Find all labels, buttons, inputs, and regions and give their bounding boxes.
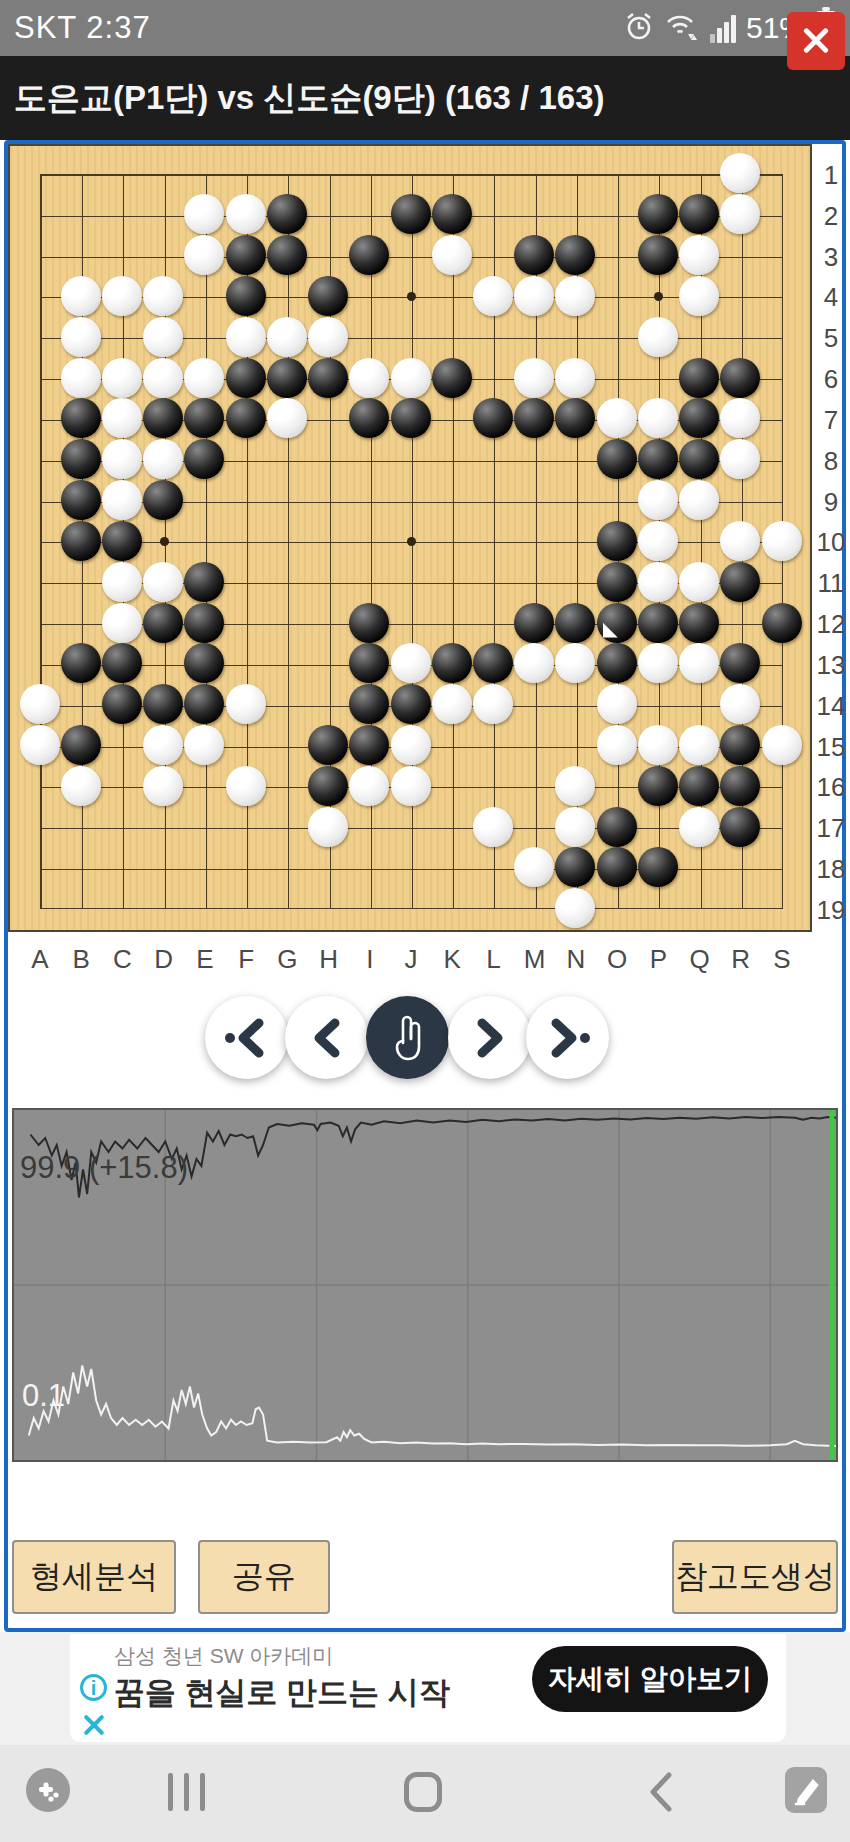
- board-cell-H8[interactable]: [308, 439, 349, 480]
- board-cell-N15[interactable]: [555, 725, 596, 766]
- board-cell-L16[interactable]: [472, 765, 513, 806]
- board-cell-P2[interactable]: [637, 194, 678, 235]
- board-cell-H16[interactable]: [308, 765, 349, 806]
- board-cell-A15[interactable]: [19, 725, 60, 766]
- board-cell-R5[interactable]: [720, 316, 761, 357]
- board-cell-H12[interactable]: [308, 602, 349, 643]
- board-cell-H5[interactable]: [308, 316, 349, 357]
- board-cell-B7[interactable]: [60, 398, 101, 439]
- board-cell-H13[interactable]: [308, 643, 349, 684]
- board-cell-L11[interactable]: [472, 561, 513, 602]
- board-cell-F2[interactable]: [225, 194, 266, 235]
- board-cell-C2[interactable]: [101, 194, 142, 235]
- board-cell-B1[interactable]: [60, 153, 101, 194]
- board-cell-I7[interactable]: [349, 398, 390, 439]
- board-cell-N10[interactable]: [555, 520, 596, 561]
- board-cell-F10[interactable]: [225, 520, 266, 561]
- board-cell-J17[interactable]: [390, 806, 431, 847]
- board-cell-S1[interactable]: [761, 153, 802, 194]
- board-cell-P10[interactable]: [637, 520, 678, 561]
- board-cell-R4[interactable]: [720, 275, 761, 316]
- board-cell-C9[interactable]: [101, 480, 142, 521]
- board-cell-P14[interactable]: [637, 684, 678, 725]
- board-cell-K19[interactable]: [431, 888, 472, 929]
- board-cell-R17[interactable]: [720, 806, 761, 847]
- board-cell-D11[interactable]: [143, 561, 184, 602]
- board-cell-C11[interactable]: [101, 561, 142, 602]
- board-cell-R7[interactable]: [720, 398, 761, 439]
- board-cell-Q3[interactable]: [679, 235, 720, 276]
- board-cell-E13[interactable]: [184, 643, 225, 684]
- board-cell-A18[interactable]: [19, 847, 60, 888]
- board-cell-L19[interactable]: [472, 888, 513, 929]
- board-cell-N17[interactable]: [555, 806, 596, 847]
- board-cell-E17[interactable]: [184, 806, 225, 847]
- board-cell-Q15[interactable]: [679, 725, 720, 766]
- board-cell-G6[interactable]: [266, 357, 307, 398]
- board-cell-B19[interactable]: [60, 888, 101, 929]
- board-cell-C16[interactable]: [101, 765, 142, 806]
- board-cell-C13[interactable]: [101, 643, 142, 684]
- board-cell-S13[interactable]: [761, 643, 802, 684]
- board-cell-B11[interactable]: [60, 561, 101, 602]
- board-cell-Q14[interactable]: [679, 684, 720, 725]
- board-cell-H10[interactable]: [308, 520, 349, 561]
- board-cell-N6[interactable]: [555, 357, 596, 398]
- board-cell-G18[interactable]: [266, 847, 307, 888]
- board-cell-S3[interactable]: [761, 235, 802, 276]
- board-cell-K8[interactable]: [431, 439, 472, 480]
- board-cell-E9[interactable]: [184, 480, 225, 521]
- board-cell-O11[interactable]: [596, 561, 637, 602]
- recents-icon[interactable]: [168, 1773, 205, 1811]
- board-cell-E8[interactable]: [184, 439, 225, 480]
- board-cell-F3[interactable]: [225, 235, 266, 276]
- board-cell-Q12[interactable]: [679, 602, 720, 643]
- board-cell-K18[interactable]: [431, 847, 472, 888]
- board-cell-F5[interactable]: [225, 316, 266, 357]
- board-cell-I3[interactable]: [349, 235, 390, 276]
- board-cell-S10[interactable]: [761, 520, 802, 561]
- board-cell-C19[interactable]: [101, 888, 142, 929]
- board-cell-P8[interactable]: [637, 439, 678, 480]
- board-cell-C14[interactable]: [101, 684, 142, 725]
- board-cell-A3[interactable]: [19, 235, 60, 276]
- board-cell-E14[interactable]: [184, 684, 225, 725]
- board-cell-G12[interactable]: [266, 602, 307, 643]
- board-cell-K3[interactable]: [431, 235, 472, 276]
- board-cell-G2[interactable]: [266, 194, 307, 235]
- board-cell-G13[interactable]: [266, 643, 307, 684]
- board-cell-E16[interactable]: [184, 765, 225, 806]
- board-cell-I1[interactable]: [349, 153, 390, 194]
- board-cell-M11[interactable]: [514, 561, 555, 602]
- board-cell-J1[interactable]: [390, 153, 431, 194]
- board-cell-S4[interactable]: [761, 275, 802, 316]
- prev-move-button[interactable]: [285, 996, 368, 1079]
- board-cell-P17[interactable]: [637, 806, 678, 847]
- board-cell-F18[interactable]: [225, 847, 266, 888]
- board-cell-L17[interactable]: [472, 806, 513, 847]
- board-cell-C10[interactable]: [101, 520, 142, 561]
- board-cell-P15[interactable]: [637, 725, 678, 766]
- board-cell-E7[interactable]: [184, 398, 225, 439]
- board-cell-O14[interactable]: [596, 684, 637, 725]
- board-cell-S14[interactable]: [761, 684, 802, 725]
- board-cell-A13[interactable]: [19, 643, 60, 684]
- board-cell-J3[interactable]: [390, 235, 431, 276]
- board-cell-F8[interactable]: [225, 439, 266, 480]
- board-cell-F15[interactable]: [225, 725, 266, 766]
- board-cell-G17[interactable]: [266, 806, 307, 847]
- board-cell-I19[interactable]: [349, 888, 390, 929]
- board-cell-F7[interactable]: [225, 398, 266, 439]
- board-cell-B5[interactable]: [60, 316, 101, 357]
- board-cell-F4[interactable]: [225, 275, 266, 316]
- board-cell-F14[interactable]: [225, 684, 266, 725]
- board-cell-G16[interactable]: [266, 765, 307, 806]
- board-cell-S16[interactable]: [761, 765, 802, 806]
- board-cell-O6[interactable]: [596, 357, 637, 398]
- board-cell-C8[interactable]: [101, 439, 142, 480]
- board-cell-P6[interactable]: [637, 357, 678, 398]
- board-cell-R6[interactable]: [720, 357, 761, 398]
- board-cell-R9[interactable]: [720, 480, 761, 521]
- board-cell-B3[interactable]: [60, 235, 101, 276]
- board-cell-C3[interactable]: [101, 235, 142, 276]
- board-cell-C17[interactable]: [101, 806, 142, 847]
- board-cell-S17[interactable]: [761, 806, 802, 847]
- board-cell-G5[interactable]: [266, 316, 307, 357]
- board-cell-I6[interactable]: [349, 357, 390, 398]
- board-cell-M18[interactable]: [514, 847, 555, 888]
- board-cell-I8[interactable]: [349, 439, 390, 480]
- play-touch-button[interactable]: [366, 996, 449, 1079]
- board-cell-H7[interactable]: [308, 398, 349, 439]
- board-cell-E11[interactable]: [184, 561, 225, 602]
- board-cell-H2[interactable]: [308, 194, 349, 235]
- board-cell-B2[interactable]: [60, 194, 101, 235]
- board-cell-Q16[interactable]: [679, 765, 720, 806]
- board-cell-A19[interactable]: [19, 888, 60, 929]
- board-cell-Q5[interactable]: [679, 316, 720, 357]
- board-cell-M7[interactable]: [514, 398, 555, 439]
- board-cell-Q4[interactable]: [679, 275, 720, 316]
- board-cell-O4[interactable]: [596, 275, 637, 316]
- board-cell-D12[interactable]: [143, 602, 184, 643]
- board-cell-J2[interactable]: [390, 194, 431, 235]
- board-cell-G9[interactable]: [266, 480, 307, 521]
- board-cell-Q8[interactable]: [679, 439, 720, 480]
- board-cell-K4[interactable]: [431, 275, 472, 316]
- board-cell-J19[interactable]: [390, 888, 431, 929]
- board-cell-E18[interactable]: [184, 847, 225, 888]
- board-cell-B15[interactable]: [60, 725, 101, 766]
- board-cell-P13[interactable]: [637, 643, 678, 684]
- board-cell-K7[interactable]: [431, 398, 472, 439]
- board-cell-G15[interactable]: [266, 725, 307, 766]
- board-cell-N5[interactable]: [555, 316, 596, 357]
- board-cell-N4[interactable]: [555, 275, 596, 316]
- board-cell-O8[interactable]: [596, 439, 637, 480]
- board-cell-J10[interactable]: [390, 520, 431, 561]
- reference-diagram-button[interactable]: 참고도생성: [672, 1540, 838, 1614]
- board-cell-H4[interactable]: [308, 275, 349, 316]
- board-cell-F16[interactable]: [225, 765, 266, 806]
- board-cell-E6[interactable]: [184, 357, 225, 398]
- board-cell-D7[interactable]: [143, 398, 184, 439]
- board-cell-B16[interactable]: [60, 765, 101, 806]
- board-cell-J9[interactable]: [390, 480, 431, 521]
- board-cell-K13[interactable]: [431, 643, 472, 684]
- ad-close-icon[interactable]: [81, 1712, 107, 1738]
- board-cell-G19[interactable]: [266, 888, 307, 929]
- board-cell-G4[interactable]: [266, 275, 307, 316]
- board-cell-P16[interactable]: [637, 765, 678, 806]
- board-cell-S6[interactable]: [761, 357, 802, 398]
- ad-info-icon[interactable]: i: [80, 1674, 107, 1701]
- board-cell-L1[interactable]: [472, 153, 513, 194]
- board-cell-K17[interactable]: [431, 806, 472, 847]
- board-cell-E3[interactable]: [184, 235, 225, 276]
- board-cell-A11[interactable]: [19, 561, 60, 602]
- board-cell-C18[interactable]: [101, 847, 142, 888]
- board-cell-K10[interactable]: [431, 520, 472, 561]
- board-cell-F6[interactable]: [225, 357, 266, 398]
- board-cell-R13[interactable]: [720, 643, 761, 684]
- board-cell-M8[interactable]: [514, 439, 555, 480]
- winrate-graph[interactable]: 99.9 (+15.8) 0.1: [12, 1108, 838, 1462]
- board-cell-S11[interactable]: [761, 561, 802, 602]
- board-cell-O7[interactable]: [596, 398, 637, 439]
- board-cell-O17[interactable]: [596, 806, 637, 847]
- board-cell-K2[interactable]: [431, 194, 472, 235]
- board-cell-M16[interactable]: [514, 765, 555, 806]
- board-cell-E12[interactable]: [184, 602, 225, 643]
- board-cell-R14[interactable]: [720, 684, 761, 725]
- board-cell-B4[interactable]: [60, 275, 101, 316]
- board-cell-A1[interactable]: [19, 153, 60, 194]
- board-cell-S2[interactable]: [761, 194, 802, 235]
- board-cell-I18[interactable]: [349, 847, 390, 888]
- board-cell-M6[interactable]: [514, 357, 555, 398]
- board-cell-F19[interactable]: [225, 888, 266, 929]
- board-cell-A6[interactable]: [19, 357, 60, 398]
- board-cell-J6[interactable]: [390, 357, 431, 398]
- board-cell-K15[interactable]: [431, 725, 472, 766]
- board-cell-Q7[interactable]: [679, 398, 720, 439]
- board-cell-H15[interactable]: [308, 725, 349, 766]
- board-cell-O12[interactable]: [596, 602, 637, 643]
- board-cell-R19[interactable]: [720, 888, 761, 929]
- board-cell-D19[interactable]: [143, 888, 184, 929]
- board-cell-K16[interactable]: [431, 765, 472, 806]
- board-cell-I12[interactable]: [349, 602, 390, 643]
- board-cell-I10[interactable]: [349, 520, 390, 561]
- board-cell-R1[interactable]: [720, 153, 761, 194]
- board-cell-N19[interactable]: [555, 888, 596, 929]
- screen-write-icon[interactable]: [785, 1767, 827, 1813]
- board-cell-A7[interactable]: [19, 398, 60, 439]
- board-cell-B9[interactable]: [60, 480, 101, 521]
- board-cell-R11[interactable]: [720, 561, 761, 602]
- board-cell-D10[interactable]: [143, 520, 184, 561]
- board-cell-O19[interactable]: [596, 888, 637, 929]
- board-cell-O3[interactable]: [596, 235, 637, 276]
- board-cell-J15[interactable]: [390, 725, 431, 766]
- board-cell-Q2[interactable]: [679, 194, 720, 235]
- last-move-button[interactable]: [526, 996, 609, 1079]
- board-cell-N13[interactable]: [555, 643, 596, 684]
- board-cell-R18[interactable]: [720, 847, 761, 888]
- board-cell-D17[interactable]: [143, 806, 184, 847]
- board-cell-S18[interactable]: [761, 847, 802, 888]
- board-cell-L14[interactable]: [472, 684, 513, 725]
- board-cell-J11[interactable]: [390, 561, 431, 602]
- board-cell-C4[interactable]: [101, 275, 142, 316]
- board-cell-P9[interactable]: [637, 480, 678, 521]
- board-cell-L18[interactable]: [472, 847, 513, 888]
- board-cell-A2[interactable]: [19, 194, 60, 235]
- board-cell-L2[interactable]: [472, 194, 513, 235]
- board-cell-M15[interactable]: [514, 725, 555, 766]
- board-cell-N11[interactable]: [555, 561, 596, 602]
- board-cell-K11[interactable]: [431, 561, 472, 602]
- board-cell-K9[interactable]: [431, 480, 472, 521]
- board-cell-P12[interactable]: [637, 602, 678, 643]
- board-cell-K1[interactable]: [431, 153, 472, 194]
- board-cell-R16[interactable]: [720, 765, 761, 806]
- board-cell-B13[interactable]: [60, 643, 101, 684]
- board-cell-N7[interactable]: [555, 398, 596, 439]
- board-cell-D14[interactable]: [143, 684, 184, 725]
- board-cell-F11[interactable]: [225, 561, 266, 602]
- board-cell-Q1[interactable]: [679, 153, 720, 194]
- board-cell-H6[interactable]: [308, 357, 349, 398]
- board-cell-P7[interactable]: [637, 398, 678, 439]
- board-cell-A16[interactable]: [19, 765, 60, 806]
- board-cell-L7[interactable]: [472, 398, 513, 439]
- board-cell-S19[interactable]: [761, 888, 802, 929]
- board-cell-L6[interactable]: [472, 357, 513, 398]
- board-cell-C5[interactable]: [101, 316, 142, 357]
- board-cell-C1[interactable]: [101, 153, 142, 194]
- board-cell-M12[interactable]: [514, 602, 555, 643]
- board-cell-B18[interactable]: [60, 847, 101, 888]
- board-cell-I9[interactable]: [349, 480, 390, 521]
- board-cell-B12[interactable]: [60, 602, 101, 643]
- board-cell-I13[interactable]: [349, 643, 390, 684]
- board-cell-H3[interactable]: [308, 235, 349, 276]
- board-cell-E2[interactable]: [184, 194, 225, 235]
- board-cell-H18[interactable]: [308, 847, 349, 888]
- board-cell-Q6[interactable]: [679, 357, 720, 398]
- board-cell-O13[interactable]: [596, 643, 637, 684]
- board-cell-M4[interactable]: [514, 275, 555, 316]
- board-cell-K12[interactable]: [431, 602, 472, 643]
- board-cell-O16[interactable]: [596, 765, 637, 806]
- close-button[interactable]: [787, 12, 845, 70]
- board-cell-M19[interactable]: [514, 888, 555, 929]
- board-cell-P5[interactable]: [637, 316, 678, 357]
- board-cell-E5[interactable]: [184, 316, 225, 357]
- board-cell-A8[interactable]: [19, 439, 60, 480]
- board-cell-F12[interactable]: [225, 602, 266, 643]
- board-cell-F9[interactable]: [225, 480, 266, 521]
- board-cell-R10[interactable]: [720, 520, 761, 561]
- board-cell-M1[interactable]: [514, 153, 555, 194]
- board-cell-J14[interactable]: [390, 684, 431, 725]
- board-cell-J5[interactable]: [390, 316, 431, 357]
- board-cell-H19[interactable]: [308, 888, 349, 929]
- board-cell-M14[interactable]: [514, 684, 555, 725]
- board-cell-P18[interactable]: [637, 847, 678, 888]
- board-cell-O10[interactable]: [596, 520, 637, 561]
- board-cell-R2[interactable]: [720, 194, 761, 235]
- board-cell-H11[interactable]: [308, 561, 349, 602]
- board-cell-L9[interactable]: [472, 480, 513, 521]
- board-cell-S5[interactable]: [761, 316, 802, 357]
- board-cell-Q13[interactable]: [679, 643, 720, 684]
- board-cell-A17[interactable]: [19, 806, 60, 847]
- board-cell-A5[interactable]: [19, 316, 60, 357]
- board-cell-Q19[interactable]: [679, 888, 720, 929]
- board-cell-M9[interactable]: [514, 480, 555, 521]
- board-cell-P4[interactable]: [637, 275, 678, 316]
- board-cell-G10[interactable]: [266, 520, 307, 561]
- board-cell-M17[interactable]: [514, 806, 555, 847]
- board-cell-B6[interactable]: [60, 357, 101, 398]
- board-cell-A10[interactable]: [19, 520, 60, 561]
- board-cell-Q9[interactable]: [679, 480, 720, 521]
- board-cell-Q17[interactable]: [679, 806, 720, 847]
- board-cell-H17[interactable]: [308, 806, 349, 847]
- board-cell-D3[interactable]: [143, 235, 184, 276]
- board-cell-D18[interactable]: [143, 847, 184, 888]
- board-cell-A4[interactable]: [19, 275, 60, 316]
- board-cell-C7[interactable]: [101, 398, 142, 439]
- board-cell-M10[interactable]: [514, 520, 555, 561]
- board-cell-P3[interactable]: [637, 235, 678, 276]
- board-cell-I14[interactable]: [349, 684, 390, 725]
- board-cell-N14[interactable]: [555, 684, 596, 725]
- board-cell-C15[interactable]: [101, 725, 142, 766]
- board-cell-D4[interactable]: [143, 275, 184, 316]
- board-cell-L4[interactable]: [472, 275, 513, 316]
- board-cell-K6[interactable]: [431, 357, 472, 398]
- board-cell-I17[interactable]: [349, 806, 390, 847]
- board-cell-G7[interactable]: [266, 398, 307, 439]
- board-cell-G8[interactable]: [266, 439, 307, 480]
- board-cell-L8[interactable]: [472, 439, 513, 480]
- board-cell-N12[interactable]: [555, 602, 596, 643]
- board-cell-Q18[interactable]: [679, 847, 720, 888]
- board-cell-N8[interactable]: [555, 439, 596, 480]
- board-cell-D1[interactable]: [143, 153, 184, 194]
- board-cell-D15[interactable]: [143, 725, 184, 766]
- board-cell-O2[interactable]: [596, 194, 637, 235]
- board-cell-O5[interactable]: [596, 316, 637, 357]
- board-cell-D2[interactable]: [143, 194, 184, 235]
- board-cell-L5[interactable]: [472, 316, 513, 357]
- board-cell-N9[interactable]: [555, 480, 596, 521]
- board-cell-G11[interactable]: [266, 561, 307, 602]
- first-move-button[interactable]: [205, 996, 288, 1079]
- board-cell-I4[interactable]: [349, 275, 390, 316]
- board-cell-L12[interactable]: [472, 602, 513, 643]
- board-cell-D8[interactable]: [143, 439, 184, 480]
- board-cell-P11[interactable]: [637, 561, 678, 602]
